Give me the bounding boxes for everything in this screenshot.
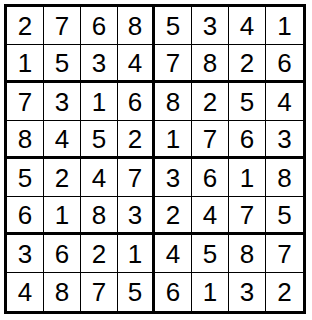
sudoku-cell-r7c6: 5 [192, 235, 229, 273]
sudoku-cell-r8c7: 3 [229, 273, 266, 311]
sudoku-cell-r8c1: 4 [7, 273, 44, 311]
sudoku-cell-r1c2: 7 [44, 7, 81, 45]
sudoku-cell-r2c1: 1 [7, 45, 44, 83]
sudoku-cell-r8c4: 5 [118, 273, 155, 311]
sudoku-cell-r1c6: 3 [192, 7, 229, 45]
sudoku-cell-r4c6: 7 [192, 121, 229, 159]
sudoku-cell-r5c5: 3 [155, 159, 192, 197]
sudoku-cell-r7c7: 8 [229, 235, 266, 273]
sudoku-cell-r6c1: 6 [7, 197, 44, 235]
sudoku-cell-r5c3: 4 [81, 159, 118, 197]
sudoku-cell-r3c8: 4 [266, 83, 303, 121]
sudoku-cell-r4c1: 8 [7, 121, 44, 159]
sudoku-cell-r8c2: 8 [44, 273, 81, 311]
sudoku-cell-r1c8: 1 [266, 7, 303, 45]
sudoku-cell-r8c5: 6 [155, 273, 192, 311]
sudoku-cell-r6c7: 7 [229, 197, 266, 235]
sudoku-cell-r4c8: 3 [266, 121, 303, 159]
sudoku-cell-r7c4: 1 [118, 235, 155, 273]
sudoku-cell-r1c7: 4 [229, 7, 266, 45]
sudoku-cell-r3c3: 1 [81, 83, 118, 121]
sudoku-cell-r6c4: 3 [118, 197, 155, 235]
sudoku-cell-r3c4: 6 [118, 83, 155, 121]
sudoku-cell-r3c2: 3 [44, 83, 81, 121]
sudoku-cell-r5c7: 1 [229, 159, 266, 197]
sudoku-cell-r4c5: 1 [155, 121, 192, 159]
sudoku-cell-r6c5: 2 [155, 197, 192, 235]
sudoku-cell-r5c6: 6 [192, 159, 229, 197]
sudoku-cell-r4c2: 4 [44, 121, 81, 159]
sudoku-cell-r6c6: 4 [192, 197, 229, 235]
sudoku-board: 2768534115347826731682548452176352473618… [4, 4, 306, 314]
sudoku-cell-r2c2: 5 [44, 45, 81, 83]
sudoku-cell-r1c1: 2 [7, 7, 44, 45]
sudoku-cell-r1c4: 8 [118, 7, 155, 45]
sudoku-cell-r5c8: 8 [266, 159, 303, 197]
sudoku-cell-r6c3: 8 [81, 197, 118, 235]
sudoku-cell-r2c8: 6 [266, 45, 303, 83]
sudoku-cell-r1c3: 6 [81, 7, 118, 45]
sudoku-cell-r6c8: 5 [266, 197, 303, 235]
sudoku-cell-r3c5: 8 [155, 83, 192, 121]
sudoku-cell-r2c6: 8 [192, 45, 229, 83]
sudoku-cell-r1c5: 5 [155, 7, 192, 45]
sudoku-cell-r5c1: 5 [7, 159, 44, 197]
sudoku-cell-r2c7: 2 [229, 45, 266, 83]
sudoku-cell-r4c3: 5 [81, 121, 118, 159]
sudoku-cell-r8c6: 1 [192, 273, 229, 311]
sudoku-cell-r2c3: 3 [81, 45, 118, 83]
sudoku-cell-r3c1: 7 [7, 83, 44, 121]
sudoku-cell-r8c3: 7 [81, 273, 118, 311]
sudoku-cell-r4c7: 6 [229, 121, 266, 159]
sudoku-cell-r3c7: 5 [229, 83, 266, 121]
sudoku-cell-r7c1: 3 [7, 235, 44, 273]
sudoku-cell-r4c4: 2 [118, 121, 155, 159]
sudoku-cell-r7c2: 6 [44, 235, 81, 273]
sudoku-cell-r5c4: 7 [118, 159, 155, 197]
sudoku-cell-r8c8: 2 [266, 273, 303, 311]
sudoku-cell-r5c2: 2 [44, 159, 81, 197]
sudoku-cell-r2c5: 7 [155, 45, 192, 83]
sudoku-cell-r7c3: 2 [81, 235, 118, 273]
sudoku-cell-r2c4: 4 [118, 45, 155, 83]
sudoku-cell-r6c2: 1 [44, 197, 81, 235]
sudoku-cell-r7c5: 4 [155, 235, 192, 273]
page-background: 2768534115347826731682548452176352473618… [0, 0, 312, 320]
sudoku-cell-r7c8: 7 [266, 235, 303, 273]
sudoku-cell-r3c6: 2 [192, 83, 229, 121]
